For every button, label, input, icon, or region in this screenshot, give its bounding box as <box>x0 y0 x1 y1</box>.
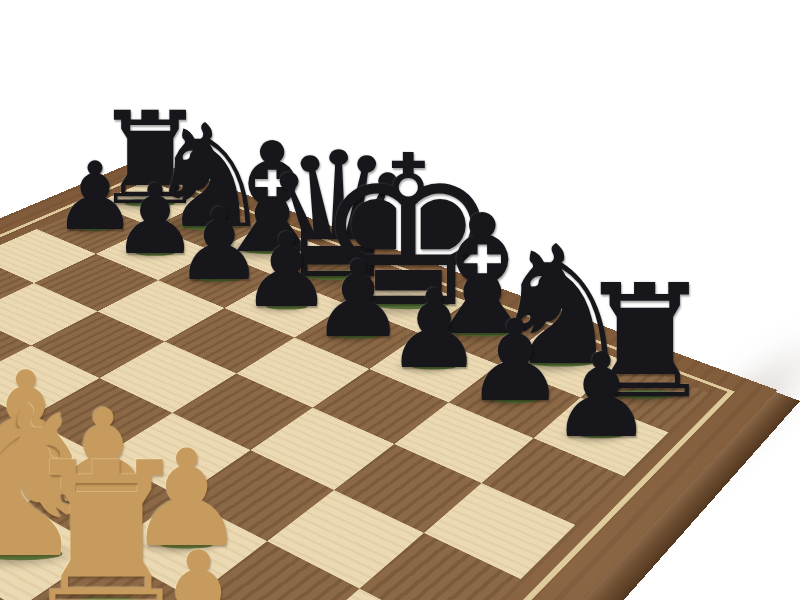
pieces-layer: ♜♞♟♝♟♛♟♚♟♝♟♞♟♜♟♟♟♟♟♞♜♟ <box>0 0 800 600</box>
chess-product-photo: ♜♞♟♝♟♛♟♚♟♝♟♞♟♜♟♟♟♟♟♞♜♟ <box>0 0 800 600</box>
pawn-glyph: ♟ <box>549 338 653 454</box>
pawn-glyph: ♟ <box>132 533 264 600</box>
